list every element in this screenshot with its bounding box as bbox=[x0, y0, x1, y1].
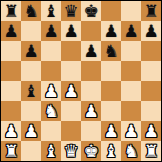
square-b6[interactable]: ♟ bbox=[21, 41, 41, 61]
square-b8[interactable]: ♞ bbox=[21, 1, 41, 21]
square-e3[interactable]: ♟ bbox=[81, 101, 101, 121]
square-c7[interactable]: ♟ bbox=[41, 21, 61, 41]
piece-black-queen[interactable]: ♛ bbox=[63, 1, 78, 21]
square-h4[interactable] bbox=[141, 81, 161, 101]
square-d2[interactable] bbox=[61, 121, 81, 141]
square-c3[interactable]: ♞ bbox=[41, 101, 61, 121]
piece-white-pawn[interactable]: ♟ bbox=[83, 101, 98, 121]
square-d4[interactable]: ♟ bbox=[61, 81, 81, 101]
piece-black-pawn[interactable]: ♟ bbox=[103, 21, 118, 41]
piece-black-rook[interactable]: ♜ bbox=[3, 1, 18, 21]
square-a6[interactable] bbox=[1, 41, 21, 61]
piece-black-bishop[interactable]: ♝ bbox=[43, 1, 58, 21]
square-b3[interactable] bbox=[21, 101, 41, 121]
square-h1[interactable]: ♜ bbox=[141, 141, 161, 161]
piece-black-pawn[interactable]: ♟ bbox=[43, 21, 58, 41]
piece-black-rook[interactable]: ♜ bbox=[143, 1, 158, 21]
piece-white-pawn[interactable]: ♟ bbox=[43, 81, 58, 101]
square-h5[interactable] bbox=[141, 61, 161, 81]
square-e7[interactable] bbox=[81, 21, 101, 41]
square-c2[interactable] bbox=[41, 121, 61, 141]
square-h7[interactable]: ♟ bbox=[141, 21, 161, 41]
piece-black-pawn[interactable]: ♟ bbox=[23, 41, 38, 61]
square-h8[interactable]: ♜ bbox=[141, 1, 161, 21]
square-a3[interactable] bbox=[1, 101, 21, 121]
square-b7[interactable] bbox=[21, 21, 41, 41]
square-f6[interactable]: ♞ bbox=[101, 41, 121, 61]
square-e2[interactable] bbox=[81, 121, 101, 141]
square-d7[interactable]: ♟ bbox=[61, 21, 81, 41]
square-e4[interactable] bbox=[81, 81, 101, 101]
square-f8[interactable] bbox=[101, 1, 121, 21]
square-g8[interactable] bbox=[121, 1, 141, 21]
piece-white-pawn[interactable]: ♟ bbox=[3, 121, 18, 141]
square-b1[interactable] bbox=[21, 141, 41, 161]
square-c1[interactable]: ♝ bbox=[41, 141, 61, 161]
square-g2[interactable]: ♟ bbox=[121, 121, 141, 141]
square-d1[interactable]: ♛ bbox=[61, 141, 81, 161]
piece-white-pawn[interactable]: ♟ bbox=[23, 121, 38, 141]
square-b4[interactable]: ♝ bbox=[21, 81, 41, 101]
piece-black-pawn[interactable]: ♟ bbox=[83, 41, 98, 61]
square-a7[interactable]: ♟ bbox=[1, 21, 21, 41]
piece-black-knight[interactable]: ♞ bbox=[23, 1, 38, 21]
piece-black-pawn[interactable]: ♟ bbox=[143, 21, 158, 41]
square-a1[interactable]: ♜ bbox=[1, 141, 21, 161]
square-a4[interactable] bbox=[1, 81, 21, 101]
piece-white-pawn[interactable]: ♟ bbox=[143, 121, 158, 141]
square-c5[interactable] bbox=[41, 61, 61, 81]
square-d6[interactable] bbox=[61, 41, 81, 61]
square-c4[interactable]: ♟ bbox=[41, 81, 61, 101]
square-g1[interactable]: ♞ bbox=[121, 141, 141, 161]
square-b5[interactable] bbox=[21, 61, 41, 81]
chess-board: ♜♞♝♛♚♜♟♟♟♟♟♟♟♟♞♝♟♟♞♟♟♟♟♟♟♜♝♛♚♝♞♜ bbox=[1, 1, 161, 161]
square-a8[interactable]: ♜ bbox=[1, 1, 21, 21]
square-e6[interactable]: ♟ bbox=[81, 41, 101, 61]
square-g7[interactable]: ♟ bbox=[121, 21, 141, 41]
square-e1[interactable]: ♚ bbox=[81, 141, 101, 161]
piece-white-king[interactable]: ♚ bbox=[83, 141, 98, 161]
square-e8[interactable]: ♚ bbox=[81, 1, 101, 21]
square-g5[interactable] bbox=[121, 61, 141, 81]
piece-black-pawn[interactable]: ♟ bbox=[123, 21, 138, 41]
piece-black-king[interactable]: ♚ bbox=[83, 1, 98, 21]
piece-white-rook[interactable]: ♜ bbox=[3, 141, 18, 161]
piece-white-pawn[interactable]: ♟ bbox=[103, 121, 118, 141]
chess-board-frame: ♜♞♝♛♚♜♟♟♟♟♟♟♟♟♞♝♟♟♞♟♟♟♟♟♟♜♝♛♚♝♞♜ bbox=[0, 0, 162, 162]
square-b2[interactable]: ♟ bbox=[21, 121, 41, 141]
square-f1[interactable]: ♝ bbox=[101, 141, 121, 161]
piece-black-knight[interactable]: ♞ bbox=[103, 41, 118, 61]
piece-white-knight[interactable]: ♞ bbox=[43, 101, 58, 121]
piece-white-pawn[interactable]: ♟ bbox=[63, 81, 78, 101]
piece-white-rook[interactable]: ♜ bbox=[143, 141, 158, 161]
piece-white-knight[interactable]: ♞ bbox=[123, 141, 138, 161]
square-g6[interactable] bbox=[121, 41, 141, 61]
piece-white-pawn[interactable]: ♟ bbox=[123, 121, 138, 141]
square-d8[interactable]: ♛ bbox=[61, 1, 81, 21]
piece-black-pawn[interactable]: ♟ bbox=[63, 21, 78, 41]
piece-white-queen[interactable]: ♛ bbox=[63, 141, 78, 161]
piece-white-bishop[interactable]: ♝ bbox=[43, 141, 58, 161]
piece-black-pawn[interactable]: ♟ bbox=[3, 21, 18, 41]
square-c8[interactable]: ♝ bbox=[41, 1, 61, 21]
square-h2[interactable]: ♟ bbox=[141, 121, 161, 141]
square-h6[interactable] bbox=[141, 41, 161, 61]
square-f5[interactable] bbox=[101, 61, 121, 81]
square-e5[interactable] bbox=[81, 61, 101, 81]
square-d5[interactable] bbox=[61, 61, 81, 81]
square-g4[interactable] bbox=[121, 81, 141, 101]
piece-white-bishop[interactable]: ♝ bbox=[103, 141, 118, 161]
square-f7[interactable]: ♟ bbox=[101, 21, 121, 41]
square-a2[interactable]: ♟ bbox=[1, 121, 21, 141]
square-f2[interactable]: ♟ bbox=[101, 121, 121, 141]
square-h3[interactable] bbox=[141, 101, 161, 121]
square-c6[interactable] bbox=[41, 41, 61, 61]
square-f4[interactable] bbox=[101, 81, 121, 101]
piece-black-bishop[interactable]: ♝ bbox=[23, 81, 38, 101]
square-f3[interactable] bbox=[101, 101, 121, 121]
square-a5[interactable] bbox=[1, 61, 21, 81]
square-d3[interactable] bbox=[61, 101, 81, 121]
square-g3[interactable] bbox=[121, 101, 141, 121]
